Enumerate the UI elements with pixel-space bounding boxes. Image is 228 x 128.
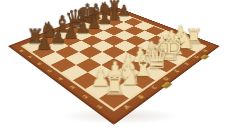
piece-white-rook-a1: ♜: [102, 73, 129, 100]
chess-set-photo: ABCDEFGH12345678 ♜♞♝♛♚♝♞♜♟♟♟♟♟♟♟♟♟♟♟♟♟♟♟…: [0, 0, 228, 128]
piece-black-pawn-a7: ♟: [34, 34, 55, 53]
chess-board: ABCDEFGH12345678 ♜♞♝♛♚♝♞♜♟♟♟♟♟♟♟♟♟♟♟♟♟♟♟…: [8, 6, 220, 125]
pieces-layer: ♜♞♝♛♚♝♞♜♟♟♟♟♟♟♟♟♟♟♟♟♟♟♟♟♜♞♝♛♚♝♞♜: [8, 6, 220, 125]
